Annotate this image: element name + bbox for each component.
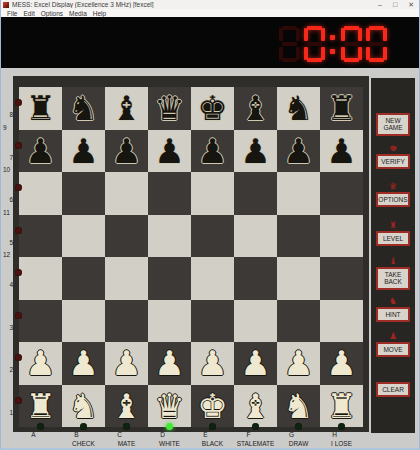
square-e7[interactable]: ♟ bbox=[191, 130, 234, 173]
square-d5[interactable] bbox=[148, 215, 191, 258]
square-b3[interactable] bbox=[62, 300, 105, 343]
side-label-9: 9 bbox=[3, 124, 15, 131]
square-e8[interactable]: ♚ bbox=[191, 87, 234, 130]
square-f6[interactable] bbox=[234, 172, 277, 215]
emulator-window: MESS: Excel Display (Excellence 3 MHz) [… bbox=[0, 0, 420, 450]
level-button[interactable]: LEVEL bbox=[376, 231, 410, 246]
piece-black-p[interactable]: ♟ bbox=[240, 134, 270, 168]
square-b5[interactable] bbox=[62, 215, 105, 258]
square-h6[interactable] bbox=[320, 172, 363, 215]
take-back-button[interactable]: TAKE BACK bbox=[376, 267, 410, 290]
file-letter-b: B bbox=[67, 431, 87, 438]
file-caption-i-lose: I LOSE bbox=[316, 440, 368, 447]
square-c6[interactable] bbox=[105, 172, 148, 215]
square-c1[interactable]: ♝ bbox=[105, 385, 148, 428]
board-grid: ♜♞♝♛♚♝♞♜♟♟♟♟♟♟♟♟♟♟♟♟♟♟♟♟♜♞♝♛♚♝♞♜ bbox=[19, 87, 363, 427]
rank-label-2: 2 bbox=[3, 366, 13, 373]
square-g8[interactable]: ♞ bbox=[277, 87, 320, 130]
square-e2[interactable]: ♟ bbox=[191, 342, 234, 385]
piece-black-b[interactable]: ♝ bbox=[240, 91, 270, 125]
rank-label-7: 7 bbox=[3, 154, 13, 161]
menu-media[interactable]: Media bbox=[69, 10, 87, 17]
square-h8[interactable]: ♜ bbox=[320, 87, 363, 130]
square-b1[interactable]: ♞ bbox=[62, 385, 105, 428]
square-g2[interactable]: ♟ bbox=[277, 342, 320, 385]
square-d4[interactable] bbox=[148, 257, 191, 300]
square-b7[interactable]: ♟ bbox=[62, 130, 105, 173]
verify-button[interactable]: VERIFY bbox=[376, 154, 410, 169]
square-f3[interactable] bbox=[234, 300, 277, 343]
square-a3[interactable] bbox=[19, 300, 62, 343]
square-h3[interactable] bbox=[320, 300, 363, 343]
square-e4[interactable] bbox=[191, 257, 234, 300]
piece-black-p[interactable]: ♟ bbox=[68, 134, 98, 168]
file-led-a bbox=[37, 423, 44, 430]
square-d1[interactable]: ♛ bbox=[148, 385, 191, 428]
clock-digit-3 bbox=[366, 26, 387, 62]
rank-label-3: 3 bbox=[3, 324, 13, 331]
rank-led-4 bbox=[15, 269, 22, 276]
panel-unit-hint: ♞HINT bbox=[371, 296, 415, 322]
menu-help[interactable]: Help bbox=[93, 10, 106, 17]
file-led-g bbox=[295, 423, 302, 430]
rank-label-4: 4 bbox=[3, 281, 13, 288]
square-h5[interactable] bbox=[320, 215, 363, 258]
rook-icon: ♜ bbox=[389, 220, 397, 231]
piece-white-n[interactable]: ♞ bbox=[283, 389, 313, 423]
file-letter-f: F bbox=[239, 431, 259, 438]
square-g3[interactable] bbox=[277, 300, 320, 343]
square-d8[interactable]: ♛ bbox=[148, 87, 191, 130]
rank-led-8 bbox=[15, 99, 22, 106]
square-g7[interactable]: ♟ bbox=[277, 130, 320, 173]
minimize-button[interactable]: – bbox=[378, 0, 382, 9]
piece-black-p[interactable]: ♟ bbox=[326, 134, 356, 168]
rank-led-5 bbox=[15, 227, 22, 234]
square-g6[interactable] bbox=[277, 172, 320, 215]
square-b6[interactable] bbox=[62, 172, 105, 215]
square-c8[interactable]: ♝ bbox=[105, 87, 148, 130]
panel-unit-verify: ♚VERIFY bbox=[371, 143, 415, 169]
panel-unit-clear: CLEAR bbox=[371, 382, 415, 397]
menu-options[interactable]: Options bbox=[41, 10, 63, 17]
piece-white-p[interactable]: ♟ bbox=[154, 346, 184, 380]
square-c5[interactable] bbox=[105, 215, 148, 258]
piece-black-p[interactable]: ♟ bbox=[25, 134, 55, 168]
square-g4[interactable] bbox=[277, 257, 320, 300]
square-f2[interactable]: ♟ bbox=[234, 342, 277, 385]
piece-black-q[interactable]: ♛ bbox=[154, 91, 184, 125]
rank-led-7 bbox=[15, 142, 22, 149]
new-game-button[interactable]: NEW GAME bbox=[376, 113, 410, 136]
rank-label-8: 8 bbox=[3, 111, 13, 118]
square-f1[interactable]: ♝ bbox=[234, 385, 277, 428]
side-label-10: 10 bbox=[3, 166, 15, 173]
clock-colon bbox=[329, 26, 337, 62]
file-letter-e: E bbox=[196, 431, 216, 438]
square-e6[interactable] bbox=[191, 172, 234, 215]
file-letter-a: A bbox=[24, 431, 44, 438]
title-bar: MESS: Excel Display (Excellence 3 MHz) [… bbox=[1, 0, 419, 9]
square-d3[interactable] bbox=[148, 300, 191, 343]
square-f7[interactable]: ♟ bbox=[234, 130, 277, 173]
square-a7[interactable]: ♟ bbox=[19, 130, 62, 173]
piece-white-q[interactable]: ♛ bbox=[154, 389, 184, 423]
file-led-d bbox=[166, 423, 173, 430]
window-title: MESS: Excel Display (Excellence 3 MHz) [… bbox=[12, 1, 378, 8]
maximize-button[interactable]: □ bbox=[393, 0, 397, 9]
square-a4[interactable] bbox=[19, 257, 62, 300]
seven-segment-clock bbox=[279, 26, 387, 62]
square-h2[interactable]: ♟ bbox=[320, 342, 363, 385]
piece-white-p[interactable]: ♟ bbox=[111, 346, 141, 380]
square-e5[interactable] bbox=[191, 215, 234, 258]
square-h7[interactable]: ♟ bbox=[320, 130, 363, 173]
file-led-e bbox=[209, 423, 216, 430]
piece-black-p[interactable]: ♟ bbox=[283, 134, 313, 168]
square-g5[interactable] bbox=[277, 215, 320, 258]
file-letter-d: D bbox=[153, 431, 173, 438]
piece-black-p[interactable]: ♟ bbox=[154, 134, 184, 168]
clock-display-strip bbox=[1, 17, 419, 68]
piece-white-p[interactable]: ♟ bbox=[326, 346, 356, 380]
square-a2[interactable]: ♟ bbox=[19, 342, 62, 385]
square-f8[interactable]: ♝ bbox=[234, 87, 277, 130]
square-c2[interactable]: ♟ bbox=[105, 342, 148, 385]
file-led-h bbox=[338, 423, 345, 430]
square-h1[interactable]: ♜ bbox=[320, 385, 363, 428]
piece-white-p[interactable]: ♟ bbox=[197, 346, 227, 380]
file-led-b bbox=[80, 423, 87, 430]
file-letter-c: C bbox=[110, 431, 130, 438]
knight-icon: ♞ bbox=[389, 296, 397, 307]
piece-black-p[interactable]: ♟ bbox=[197, 134, 227, 168]
piece-white-k[interactable]: ♚ bbox=[197, 389, 227, 423]
piece-black-k[interactable]: ♚ bbox=[197, 91, 227, 125]
square-g1[interactable]: ♞ bbox=[277, 385, 320, 428]
piece-black-r[interactable]: ♜ bbox=[25, 91, 55, 125]
rank-label-1: 1 bbox=[3, 409, 13, 416]
app-icon bbox=[3, 2, 9, 8]
rank-led-1 bbox=[15, 397, 22, 404]
square-d6[interactable] bbox=[148, 172, 191, 215]
square-b4[interactable] bbox=[62, 257, 105, 300]
rank-label-6: 6 bbox=[3, 196, 13, 203]
square-a1[interactable]: ♜ bbox=[19, 385, 62, 428]
square-c7[interactable]: ♟ bbox=[105, 130, 148, 173]
chess-board: ♜♞♝♛♚♝♞♜♟♟♟♟♟♟♟♟♟♟♟♟♟♟♟♟♜♞♝♛♚♝♞♜ bbox=[13, 76, 369, 432]
square-e3[interactable] bbox=[191, 300, 234, 343]
square-d7[interactable]: ♟ bbox=[148, 130, 191, 173]
square-f4[interactable] bbox=[234, 257, 277, 300]
square-b2[interactable]: ♟ bbox=[62, 342, 105, 385]
pawn-icon: ♟ bbox=[389, 331, 397, 342]
rank-led-3 bbox=[15, 312, 22, 319]
panel-unit-take-back: ♝TAKE BACK bbox=[371, 256, 415, 290]
piece-white-p[interactable]: ♟ bbox=[25, 346, 55, 380]
panel-unit-move: ♟MOVE bbox=[371, 331, 415, 357]
piece-white-b[interactable]: ♝ bbox=[240, 389, 270, 423]
square-e1[interactable]: ♚ bbox=[191, 385, 234, 428]
piece-white-n[interactable]: ♞ bbox=[68, 389, 98, 423]
menu-file[interactable]: File bbox=[7, 10, 17, 17]
square-c4[interactable] bbox=[105, 257, 148, 300]
piece-white-r[interactable]: ♜ bbox=[25, 389, 55, 423]
panel-unit-level: ♜LEVEL bbox=[371, 220, 415, 246]
piece-white-b[interactable]: ♝ bbox=[111, 389, 141, 423]
menu-bar: FileEditOptionsMediaHelp bbox=[1, 9, 419, 17]
options-button[interactable]: OPTIONS bbox=[376, 192, 410, 207]
side-label-12: 12 bbox=[3, 251, 15, 258]
rank-led-6 bbox=[15, 184, 22, 191]
clock-ghost-digit bbox=[279, 26, 300, 62]
bishop-icon: ♝ bbox=[389, 256, 397, 267]
square-a8[interactable]: ♜ bbox=[19, 87, 62, 130]
piece-black-b[interactable]: ♝ bbox=[111, 91, 141, 125]
close-button[interactable]: ✕ bbox=[408, 0, 414, 9]
file-led-c bbox=[123, 423, 130, 430]
king-icon: ♚ bbox=[389, 143, 397, 154]
piece-black-n[interactable]: ♞ bbox=[283, 91, 313, 125]
piece-white-p[interactable]: ♟ bbox=[68, 346, 98, 380]
piece-white-r[interactable]: ♜ bbox=[326, 389, 356, 423]
panel-unit-new-game: NEW GAME bbox=[371, 113, 415, 136]
square-d2[interactable]: ♟ bbox=[148, 342, 191, 385]
file-led-f bbox=[252, 423, 259, 430]
move-button[interactable]: MOVE bbox=[376, 342, 410, 357]
file-letter-g: G bbox=[282, 431, 302, 438]
square-a5[interactable] bbox=[19, 215, 62, 258]
square-a6[interactable] bbox=[19, 172, 62, 215]
clock-digit-0 bbox=[304, 26, 325, 62]
square-f5[interactable] bbox=[234, 215, 277, 258]
side-label-11: 11 bbox=[3, 209, 15, 216]
square-b8[interactable]: ♞ bbox=[62, 87, 105, 130]
menu-edit[interactable]: Edit bbox=[23, 10, 34, 17]
clock-digit-2 bbox=[341, 26, 362, 62]
panel-unit-options: ♛OPTIONS bbox=[371, 181, 415, 207]
piece-black-n[interactable]: ♞ bbox=[68, 91, 98, 125]
clear-button[interactable]: CLEAR bbox=[376, 382, 410, 397]
rank-label-5: 5 bbox=[3, 239, 13, 246]
piece-black-r[interactable]: ♜ bbox=[326, 91, 356, 125]
rank-led-2 bbox=[15, 354, 22, 361]
piece-white-p[interactable]: ♟ bbox=[283, 346, 313, 380]
piece-white-p[interactable]: ♟ bbox=[240, 346, 270, 380]
hint-button[interactable]: HINT bbox=[376, 307, 410, 322]
piece-black-p[interactable]: ♟ bbox=[111, 134, 141, 168]
square-c3[interactable] bbox=[105, 300, 148, 343]
queen-icon: ♛ bbox=[389, 181, 397, 192]
square-h4[interactable] bbox=[320, 257, 363, 300]
button-panel: NEW GAME♚VERIFY♛OPTIONS♜LEVEL♝TAKE BACK♞… bbox=[371, 78, 415, 433]
file-letter-h: H bbox=[325, 431, 345, 438]
